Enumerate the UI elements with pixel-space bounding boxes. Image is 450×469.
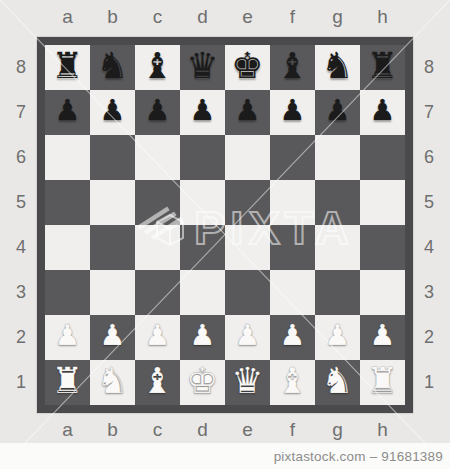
square-c5 (135, 180, 180, 225)
square-h3 (360, 270, 405, 315)
square-f2: ♟ (270, 315, 315, 360)
rank-label-1: 1 (417, 360, 441, 405)
piece-white-pawn: ♟ (190, 313, 216, 358)
rank-label-5: 5 (9, 180, 33, 225)
rank-label-4: 4 (9, 225, 33, 270)
square-b6 (90, 135, 135, 180)
square-c6 (135, 135, 180, 180)
square-h2: ♟ (360, 315, 405, 360)
rank-label-5: 5 (417, 180, 441, 225)
square-g7: ♟ (315, 90, 360, 135)
square-f6 (270, 135, 315, 180)
square-g4 (315, 225, 360, 270)
square-h8: ♜ (360, 45, 405, 90)
piece-white-pawn: ♟ (235, 313, 261, 358)
piece-white-bishop: ♝ (276, 358, 308, 403)
square-c2: ♟ (135, 315, 180, 360)
piece-black-pawn: ♟ (190, 88, 216, 133)
rank-label-7: 7 (9, 90, 33, 135)
file-label-c: c (135, 418, 180, 444)
square-c7: ♟ (135, 90, 180, 135)
piece-black-bishop: ♝ (276, 43, 308, 88)
file-labels-bottom: abcdefgh (45, 418, 405, 444)
piece-black-pawn: ♟ (55, 88, 81, 133)
square-e7: ♟ (225, 90, 270, 135)
square-f4 (270, 225, 315, 270)
square-g8: ♞ (315, 45, 360, 90)
square-d4 (180, 225, 225, 270)
square-e6 (225, 135, 270, 180)
square-d2: ♟ (180, 315, 225, 360)
square-d1: ♚ (180, 360, 225, 405)
square-b2: ♟ (90, 315, 135, 360)
square-h6 (360, 135, 405, 180)
square-e8: ♚ (225, 45, 270, 90)
square-f8: ♝ (270, 45, 315, 90)
file-label-f: f (270, 418, 315, 444)
square-g1: ♞ (315, 360, 360, 405)
square-e3 (225, 270, 270, 315)
square-b8: ♞ (90, 45, 135, 90)
piece-white-pawn: ♟ (370, 313, 396, 358)
chess-board: ♜♞♝♛♚♝♞♜♟♟♟♟♟♟♟♟♟♟♟♟♟♟♟♟♜♞♝♚♛♝♞♜ (45, 45, 405, 405)
file-label-f: f (270, 5, 315, 29)
file-label-e: e (225, 418, 270, 444)
piece-black-pawn: ♟ (100, 88, 126, 133)
square-b4 (90, 225, 135, 270)
piece-white-pawn: ♟ (145, 313, 171, 358)
file-label-h: h (360, 5, 405, 29)
file-label-a: a (45, 418, 90, 444)
attribution-text: pixtastock.com – 91681389 (274, 449, 443, 464)
square-c1: ♝ (135, 360, 180, 405)
rank-label-6: 6 (9, 135, 33, 180)
piece-black-pawn: ♟ (370, 88, 396, 133)
square-a8: ♜ (45, 45, 90, 90)
piece-black-queen: ♛ (186, 43, 218, 88)
rank-label-2: 2 (9, 315, 33, 360)
square-e1: ♛ (225, 360, 270, 405)
square-d8: ♛ (180, 45, 225, 90)
square-h5 (360, 180, 405, 225)
file-label-d: d (180, 418, 225, 444)
piece-black-rook: ♜ (51, 43, 83, 88)
rank-label-3: 3 (9, 270, 33, 315)
file-label-c: c (135, 5, 180, 29)
square-c3 (135, 270, 180, 315)
piece-white-pawn: ♟ (55, 313, 81, 358)
square-a5 (45, 180, 90, 225)
piece-white-knight: ♞ (321, 358, 353, 403)
square-b1: ♞ (90, 360, 135, 405)
piece-black-rook: ♜ (366, 43, 398, 88)
square-f1: ♝ (270, 360, 315, 405)
square-b3 (90, 270, 135, 315)
square-a7: ♟ (45, 90, 90, 135)
file-label-g: g (315, 418, 360, 444)
square-h4 (360, 225, 405, 270)
square-a6 (45, 135, 90, 180)
piece-black-pawn: ♟ (325, 88, 351, 133)
square-f5 (270, 180, 315, 225)
rank-labels-right: 87654321 (417, 45, 441, 405)
piece-black-king: ♚ (231, 43, 263, 88)
rank-label-8: 8 (9, 45, 33, 90)
piece-black-knight: ♞ (96, 43, 128, 88)
square-f3 (270, 270, 315, 315)
piece-white-bishop: ♝ (141, 358, 173, 403)
file-label-b: b (90, 418, 135, 444)
piece-white-queen: ♛ (231, 358, 263, 403)
square-g6 (315, 135, 360, 180)
rank-label-2: 2 (417, 315, 441, 360)
square-d7: ♟ (180, 90, 225, 135)
rank-label-1: 1 (9, 360, 33, 405)
square-c8: ♝ (135, 45, 180, 90)
square-h7: ♟ (360, 90, 405, 135)
square-g3 (315, 270, 360, 315)
rank-label-8: 8 (417, 45, 441, 90)
square-a4 (45, 225, 90, 270)
piece-white-king: ♚ (186, 358, 218, 403)
square-c4 (135, 225, 180, 270)
square-e5 (225, 180, 270, 225)
piece-white-pawn: ♟ (280, 313, 306, 358)
piece-white-knight: ♞ (96, 358, 128, 403)
rank-label-6: 6 (417, 135, 441, 180)
piece-white-rook: ♜ (51, 358, 83, 403)
square-h1: ♜ (360, 360, 405, 405)
square-a3 (45, 270, 90, 315)
file-label-e: e (225, 5, 270, 29)
rank-labels-left: 87654321 (9, 45, 33, 405)
square-g5 (315, 180, 360, 225)
square-b5 (90, 180, 135, 225)
board-frame: ♜♞♝♛♚♝♞♜♟♟♟♟♟♟♟♟♟♟♟♟♟♟♟♟♜♞♝♚♛♝♞♜ (37, 37, 413, 413)
rank-label-3: 3 (417, 270, 441, 315)
file-labels-top: abcdefgh (45, 5, 405, 29)
piece-black-pawn: ♟ (280, 88, 306, 133)
piece-white-pawn: ♟ (325, 313, 351, 358)
file-label-b: b (90, 5, 135, 29)
square-e4 (225, 225, 270, 270)
piece-black-bishop: ♝ (141, 43, 173, 88)
square-b7: ♟ (90, 90, 135, 135)
square-d6 (180, 135, 225, 180)
square-d3 (180, 270, 225, 315)
piece-white-rook: ♜ (366, 358, 398, 403)
square-g2: ♟ (315, 315, 360, 360)
piece-black-pawn: ♟ (235, 88, 261, 133)
rank-label-4: 4 (417, 225, 441, 270)
file-label-g: g (315, 5, 360, 29)
square-a2: ♟ (45, 315, 90, 360)
piece-white-pawn: ♟ (100, 313, 126, 358)
rank-label-7: 7 (417, 90, 441, 135)
square-a1: ♜ (45, 360, 90, 405)
square-f7: ♟ (270, 90, 315, 135)
file-label-d: d (180, 5, 225, 29)
piece-black-pawn: ♟ (145, 88, 171, 133)
stock-photo-chess-board: abcdefgh abcdefgh 87654321 87654321 ♜♞♝♛… (0, 0, 450, 469)
file-label-h: h (360, 418, 405, 444)
piece-black-knight: ♞ (321, 43, 353, 88)
file-label-a: a (45, 5, 90, 29)
square-d5 (180, 180, 225, 225)
square-e2: ♟ (225, 315, 270, 360)
